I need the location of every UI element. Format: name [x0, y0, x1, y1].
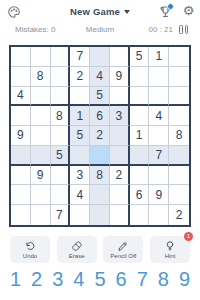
- cell-r9c5[interactable]: [90, 205, 110, 225]
- cell-r9c1[interactable]: [11, 205, 31, 225]
- cell-r6c2[interactable]: [31, 146, 51, 166]
- cell-r4c3[interactable]: 8: [51, 106, 71, 126]
- cell-r7c3[interactable]: [51, 166, 71, 186]
- numpad-7[interactable]: 7: [137, 266, 148, 292]
- cell-r3c9[interactable]: [169, 87, 189, 107]
- cell-r3c7[interactable]: [130, 87, 150, 107]
- cell-r1c8[interactable]: 1: [149, 47, 169, 67]
- numpad-5[interactable]: 5: [94, 266, 105, 292]
- numpad-4[interactable]: 4: [73, 266, 84, 292]
- cell-r5c2[interactable]: [31, 126, 51, 146]
- cell-r1c5[interactable]: [90, 47, 110, 67]
- numpad-3[interactable]: 3: [52, 266, 63, 292]
- cell-r5c7[interactable]: 1: [130, 126, 150, 146]
- cell-r5c1[interactable]: 9: [11, 126, 31, 146]
- lightbulb-icon: [164, 240, 176, 252]
- numpad-6[interactable]: 6: [116, 266, 127, 292]
- cell-r6c6[interactable]: [110, 146, 130, 166]
- pencil-icon: [117, 240, 129, 252]
- cell-r5c4[interactable]: 5: [70, 126, 90, 146]
- erase-button[interactable]: Erase: [57, 236, 97, 263]
- cell-r8c9[interactable]: [169, 185, 189, 205]
- top-bar: New Game ⚙: [0, 3, 200, 21]
- numpad-9[interactable]: 9: [179, 266, 190, 292]
- cell-r6c3[interactable]: 5: [51, 146, 71, 166]
- cell-r1c2[interactable]: [31, 47, 51, 67]
- cell-r4c5[interactable]: 6: [90, 106, 110, 126]
- cell-r3c5[interactable]: 5: [90, 87, 110, 107]
- cell-r8c5[interactable]: [90, 185, 110, 205]
- numpad: 123456789: [10, 266, 190, 292]
- pencil-button[interactable]: Pencil Off: [103, 236, 143, 263]
- cell-r2c8[interactable]: [149, 67, 169, 87]
- cell-r2c6[interactable]: 9: [110, 67, 130, 87]
- hint-button[interactable]: 1 Hint: [150, 236, 190, 263]
- pause-icon[interactable]: [177, 24, 190, 35]
- cell-r2c9[interactable]: [169, 67, 189, 87]
- cell-r8c8[interactable]: 9: [149, 185, 169, 205]
- cell-r7c6[interactable]: 2: [110, 166, 130, 186]
- cell-r2c4[interactable]: 2: [70, 67, 90, 87]
- cell-r1c4[interactable]: 7: [70, 47, 90, 67]
- page-title: New Game: [70, 6, 120, 17]
- board: 751824945816349521857938246972: [9, 45, 191, 227]
- cell-r4c9[interactable]: [169, 106, 189, 126]
- cell-r5c5[interactable]: 2: [90, 126, 110, 146]
- sudoku-app: New Game ⚙ Mistakes: 0 Medium 00 : 21 75…: [0, 0, 200, 300]
- cell-r3c3[interactable]: [51, 87, 71, 107]
- cell-r2c2[interactable]: 8: [31, 67, 51, 87]
- cell-r4c1[interactable]: [11, 106, 31, 126]
- cell-r2c3[interactable]: [51, 67, 71, 87]
- pencil-label: Pencil Off: [110, 253, 136, 259]
- cell-r9c2[interactable]: [31, 205, 51, 225]
- cell-r3c2[interactable]: [31, 87, 51, 107]
- numpad-8[interactable]: 8: [158, 266, 169, 292]
- cell-r6c7[interactable]: [130, 146, 150, 166]
- status-bar: Mistakes: 0 Medium 00 : 21: [0, 24, 200, 36]
- cell-r5c6[interactable]: [110, 126, 130, 146]
- cell-r4c6[interactable]: 3: [110, 106, 130, 126]
- cell-r7c7[interactable]: [130, 166, 150, 186]
- cell-r2c7[interactable]: [130, 67, 150, 87]
- cell-r6c8[interactable]: 7: [149, 146, 169, 166]
- cell-r9c8[interactable]: [149, 205, 169, 225]
- cell-r1c7[interactable]: 5: [130, 47, 150, 67]
- gear-icon[interactable]: ⚙: [181, 3, 196, 19]
- cell-r7c2[interactable]: 9: [31, 166, 51, 186]
- cell-r4c8[interactable]: 4: [149, 106, 169, 126]
- cell-r3c4[interactable]: [70, 87, 90, 107]
- cell-r9c6[interactable]: [110, 205, 130, 225]
- cell-r9c7[interactable]: [130, 205, 150, 225]
- chevron-down-icon: [124, 10, 130, 14]
- cell-r7c4[interactable]: 3: [70, 166, 90, 186]
- hint-badge: 1: [184, 232, 193, 241]
- cell-r3c6[interactable]: [110, 87, 130, 107]
- cell-r8c7[interactable]: 6: [130, 185, 150, 205]
- undo-icon: [24, 240, 36, 252]
- cell-r6c9[interactable]: [169, 146, 189, 166]
- cell-r9c3[interactable]: 7: [51, 205, 71, 225]
- cell-r6c4[interactable]: [70, 146, 90, 166]
- cell-r5c9[interactable]: 8: [169, 126, 189, 146]
- cell-r9c9[interactable]: 2: [169, 205, 189, 225]
- cell-r6c1[interactable]: [11, 146, 31, 166]
- numpad-1[interactable]: 1: [10, 266, 21, 292]
- undo-button[interactable]: Undo: [10, 236, 50, 263]
- cell-r4c2[interactable]: [31, 106, 51, 126]
- cell-r7c9[interactable]: [169, 166, 189, 186]
- cell-r7c5[interactable]: 8: [90, 166, 110, 186]
- cell-r1c3[interactable]: [51, 47, 71, 67]
- cell-r7c8[interactable]: [149, 166, 169, 186]
- toolbar: Undo Erase Pencil Off 1 Hint: [10, 236, 190, 263]
- cell-r5c8[interactable]: [149, 126, 169, 146]
- trophy-badge: [167, 3, 174, 10]
- timer: 00 : 21: [149, 25, 173, 34]
- cell-r6c5[interactable]: [90, 146, 110, 166]
- eraser-icon: [71, 240, 83, 252]
- cell-r5c3[interactable]: [51, 126, 71, 146]
- cell-r8c1[interactable]: [11, 185, 31, 205]
- erase-label: Erase: [69, 253, 85, 259]
- cell-r8c4[interactable]: 4: [70, 185, 90, 205]
- cell-r8c3[interactable]: [51, 185, 71, 205]
- cell-r9c4[interactable]: [70, 205, 90, 225]
- cell-r4c7[interactable]: [130, 106, 150, 126]
- numpad-2[interactable]: 2: [31, 266, 42, 292]
- cell-r2c1[interactable]: [11, 67, 31, 87]
- hint-label: Hint: [165, 253, 176, 259]
- undo-label: Undo: [23, 253, 37, 259]
- cell-r3c8[interactable]: [149, 87, 169, 107]
- cell-r8c2[interactable]: [31, 185, 51, 205]
- cell-r1c9[interactable]: [169, 47, 189, 67]
- cell-r7c1[interactable]: [11, 166, 31, 186]
- cell-r3c1[interactable]: 4: [11, 87, 31, 107]
- cell-r2c5[interactable]: 4: [90, 67, 110, 87]
- cell-r4c4[interactable]: 1: [70, 106, 90, 126]
- cell-r8c6[interactable]: [110, 185, 130, 205]
- cell-r1c6[interactable]: [110, 47, 130, 67]
- cell-r1c1[interactable]: [11, 47, 31, 67]
